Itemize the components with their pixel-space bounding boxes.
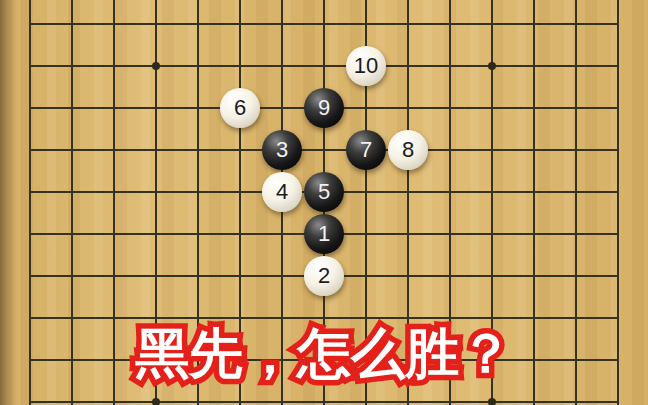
- stone-white-8: 8: [388, 130, 428, 170]
- stone-black-3: 3: [262, 130, 302, 170]
- stone-white-10: 10: [346, 46, 386, 86]
- star-point: [152, 398, 160, 405]
- stone-black-5: 5: [304, 172, 344, 212]
- board-edge-shadow: [0, 0, 16, 405]
- caption: 黑先，怎么胜？ 黑先，怎么胜？: [135, 322, 513, 384]
- stone-white-4: 4: [262, 172, 302, 212]
- star-point: [488, 62, 496, 70]
- video-frame: 12345678910 黑先，怎么胜？ 黑先，怎么胜？: [0, 0, 648, 405]
- star-point: [152, 62, 160, 70]
- stone-white-2: 2: [304, 256, 344, 296]
- stone-black-1: 1: [304, 214, 344, 254]
- star-point: [488, 398, 496, 405]
- caption-text: 黑先，怎么胜？: [135, 322, 513, 384]
- stone-white-6: 6: [220, 88, 260, 128]
- stone-black-9: 9: [304, 88, 344, 128]
- stone-black-7: 7: [346, 130, 386, 170]
